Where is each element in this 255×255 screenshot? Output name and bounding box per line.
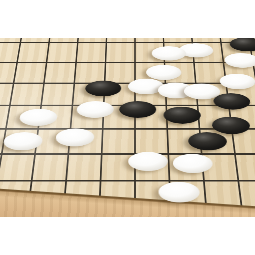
white-stone bbox=[76, 101, 114, 118]
white-stone bbox=[146, 65, 182, 80]
black-stone bbox=[119, 101, 156, 118]
white-stone bbox=[158, 182, 200, 203]
white-stone bbox=[18, 109, 58, 126]
black-stone bbox=[213, 93, 252, 109]
white-stone bbox=[219, 74, 255, 89]
white-stone bbox=[55, 128, 95, 146]
photo-frame bbox=[0, 0, 255, 255]
white-stone bbox=[2, 132, 43, 150]
white-stone bbox=[128, 152, 168, 171]
black-stone bbox=[211, 117, 251, 134]
black-stone bbox=[188, 132, 228, 150]
black-stone bbox=[229, 38, 255, 51]
black-stone bbox=[85, 81, 122, 97]
white-stone bbox=[224, 53, 255, 68]
black-stone bbox=[163, 107, 201, 124]
white-stone bbox=[152, 46, 187, 60]
stones-layer bbox=[0, 38, 255, 217]
go-board-photo bbox=[0, 38, 255, 217]
white-stone bbox=[173, 154, 214, 173]
